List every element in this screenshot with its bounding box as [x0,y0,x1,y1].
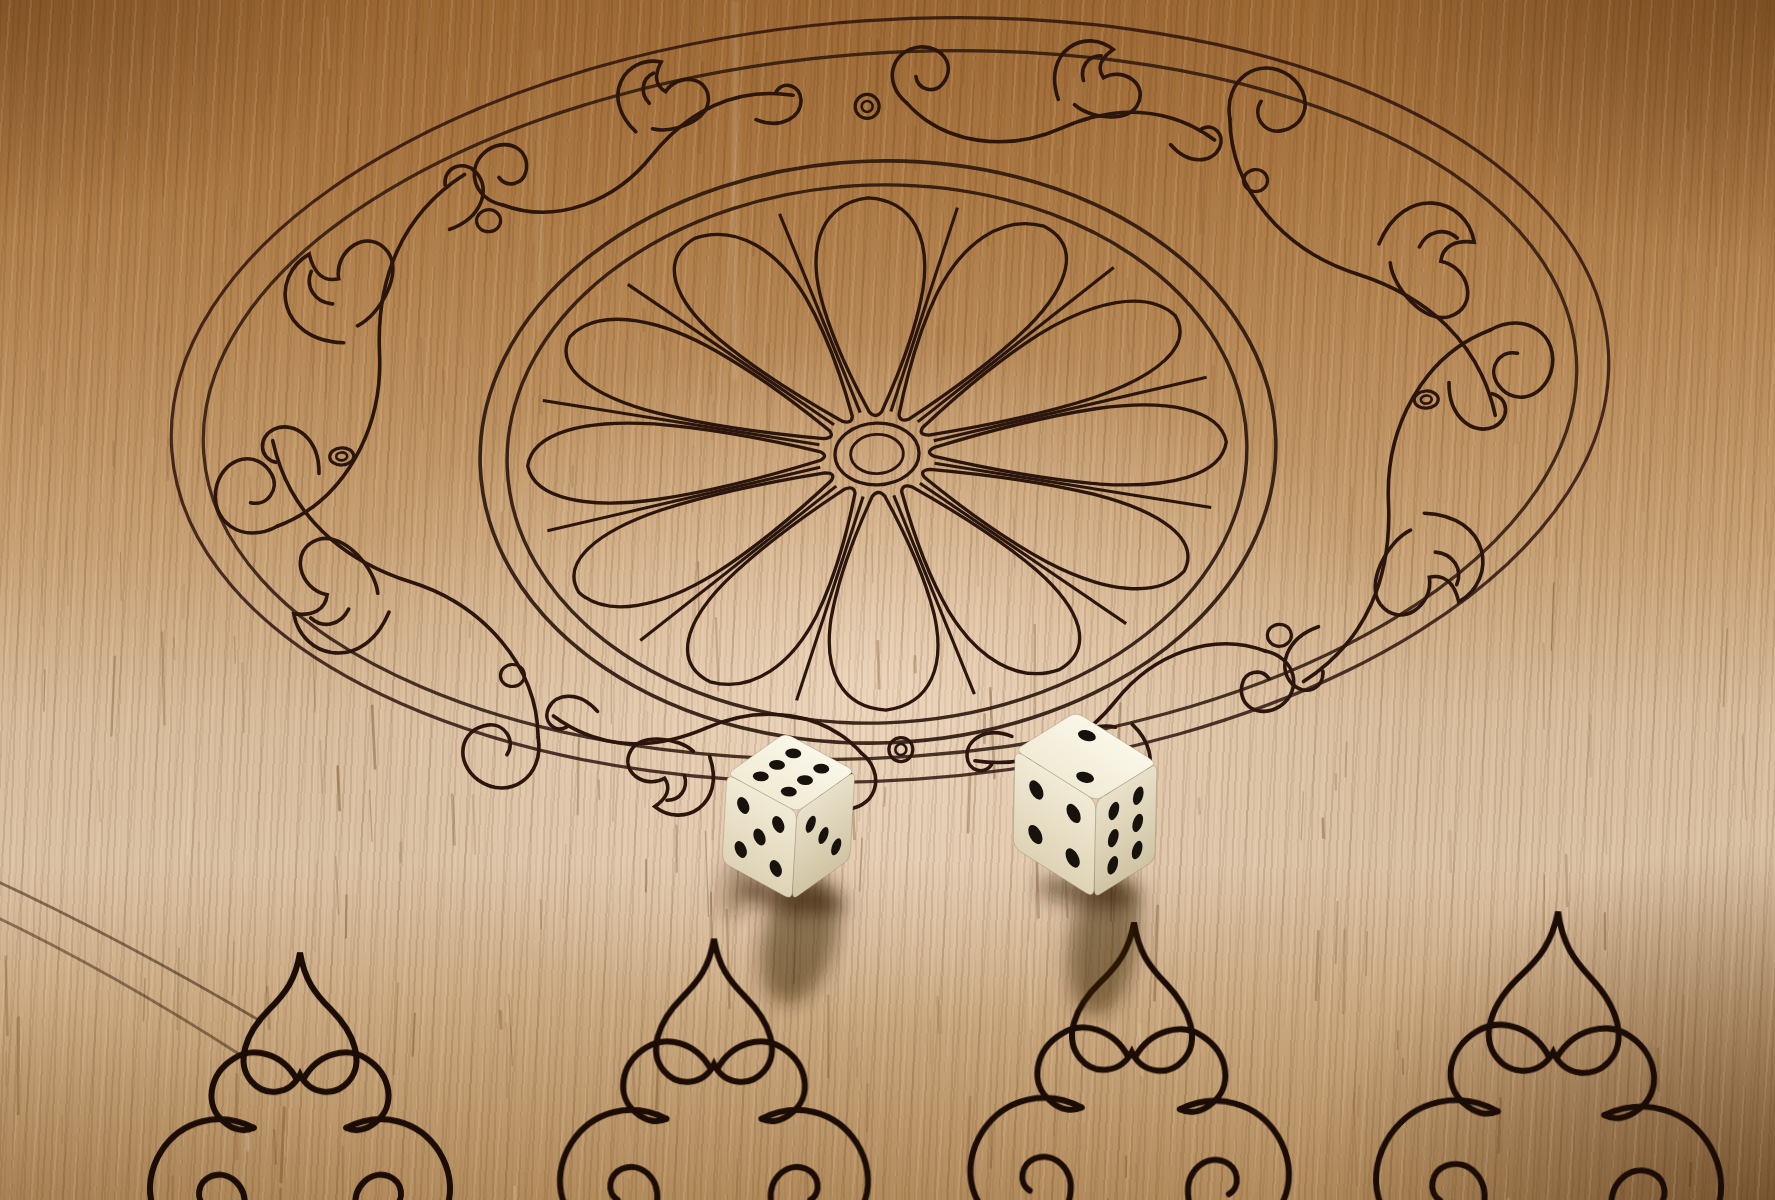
board-art [0,0,1775,1200]
ornament-scroll-band [137,0,1631,887]
partial-outer-arcs [0,878,262,1056]
point-ornaments [150,906,1731,1200]
right-die[interactable] [1013,712,1157,898]
backgammon-board-photo [0,0,1775,1200]
medallion-border-rings [145,0,1635,829]
wood-grain-streaks [4,3,1769,1200]
